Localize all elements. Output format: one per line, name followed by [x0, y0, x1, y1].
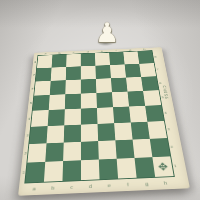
- square-f7[interactable]: [110, 64, 126, 78]
- file-label-bottom-e: e: [100, 179, 119, 193]
- square-f8[interactable]: [109, 52, 124, 65]
- square-c2[interactable]: [63, 142, 81, 161]
- square-c5[interactable]: [65, 94, 81, 110]
- square-a5[interactable]: [33, 95, 50, 111]
- square-f4[interactable]: [113, 107, 131, 124]
- square-b3[interactable]: [46, 125, 64, 143]
- photo-background: abcdefgh 87654321 87654321 abcdefgh CHES…: [0, 0, 200, 200]
- square-a8[interactable]: [37, 55, 52, 68]
- square-e4[interactable]: [97, 107, 114, 124]
- square-d2[interactable]: [81, 141, 99, 160]
- four-piece-compass-logo: ✥: [152, 156, 173, 177]
- square-h1[interactable]: ✥: [152, 156, 173, 177]
- file-label-bottom-c: c: [62, 180, 81, 194]
- square-a2[interactable]: [27, 143, 46, 162]
- file-label-bottom-g: g: [137, 177, 157, 191]
- square-f3[interactable]: [114, 122, 132, 140]
- square-b5[interactable]: [49, 94, 66, 110]
- square-a6[interactable]: [34, 81, 50, 96]
- square-c7[interactable]: [66, 66, 81, 80]
- square-a7[interactable]: [36, 68, 52, 82]
- square-h4[interactable]: [145, 105, 164, 122]
- square-f5[interactable]: [112, 92, 129, 108]
- file-label-bottom-a: a: [24, 182, 44, 196]
- square-h3[interactable]: [147, 121, 167, 139]
- square-d5[interactable]: [81, 93, 97, 109]
- square-b8[interactable]: [52, 55, 67, 68]
- square-e5[interactable]: [96, 92, 113, 108]
- square-e7[interactable]: [95, 65, 111, 79]
- square-a4[interactable]: [31, 110, 49, 127]
- file-label-bottom-h: h: [155, 176, 176, 190]
- chess-board: abcdefgh 87654321 87654321 abcdefgh CHES…: [18, 47, 190, 196]
- square-h8[interactable]: [137, 51, 153, 64]
- square-b6[interactable]: [50, 80, 66, 95]
- square-b2[interactable]: [45, 143, 63, 162]
- square-b1[interactable]: [44, 161, 63, 182]
- square-c3[interactable]: [64, 125, 81, 143]
- square-e2[interactable]: [98, 140, 117, 159]
- file-label-bottom-d: d: [81, 179, 100, 193]
- square-d4[interactable]: [81, 108, 98, 125]
- square-c6[interactable]: [65, 80, 81, 95]
- square-d3[interactable]: [81, 124, 98, 142]
- square-e8[interactable]: [95, 53, 110, 66]
- square-d1[interactable]: [81, 159, 100, 180]
- file-label-bottom-b: b: [43, 181, 62, 195]
- square-c8[interactable]: [66, 54, 81, 67]
- square-b7[interactable]: [51, 67, 66, 81]
- file-label-bottom-f: f: [118, 178, 138, 192]
- square-f1[interactable]: [117, 158, 137, 179]
- square-h6[interactable]: [141, 76, 159, 91]
- square-d6[interactable]: [81, 79, 97, 94]
- square-c1[interactable]: [62, 160, 81, 181]
- square-b4[interactable]: [48, 109, 65, 126]
- square-e6[interactable]: [96, 78, 112, 93]
- square-e1[interactable]: [99, 159, 118, 180]
- square-f2[interactable]: [115, 140, 134, 159]
- square-e3[interactable]: [98, 123, 116, 141]
- square-h5[interactable]: [143, 90, 161, 106]
- square-h7[interactable]: [139, 63, 156, 77]
- square-d7[interactable]: [81, 66, 96, 80]
- square-h2[interactable]: [150, 138, 170, 157]
- square-c4[interactable]: [64, 109, 81, 126]
- square-f6[interactable]: [111, 78, 128, 93]
- square-a1[interactable]: [25, 162, 45, 183]
- square-a3[interactable]: [29, 126, 47, 144]
- board-grid: ✥: [25, 51, 173, 183]
- piece-white-pawn-d7[interactable]: ♟: [95, 19, 113, 46]
- square-d8[interactable]: [81, 53, 96, 66]
